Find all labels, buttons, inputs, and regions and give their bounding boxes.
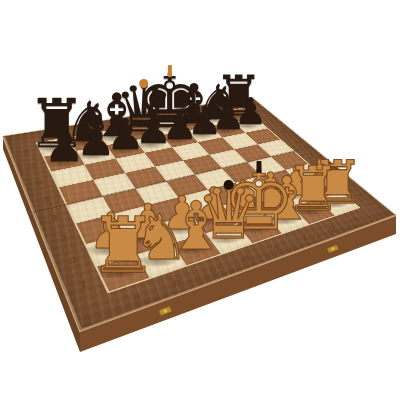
piece-black-pawn-a7[interactable]: ♟ [44,123,85,168]
piece-white-rook-a1[interactable]: ♜ [89,207,158,284]
rook-glyph: ♜ [89,207,158,284]
pawn-glyph: ♟ [44,123,85,168]
pieces-layer: ♜♞♝♛♚♝♞♜♟♟♟♟♟♟♟♟♟♟♟♟♟♟♟♟♜♞♝♛♚♝♜♜ [0,0,400,400]
chess-set-photo: 11aa22bb33cc44dd55ee66ff77gg88hh ♜♞♝♛♚♝♞… [0,0,400,400]
